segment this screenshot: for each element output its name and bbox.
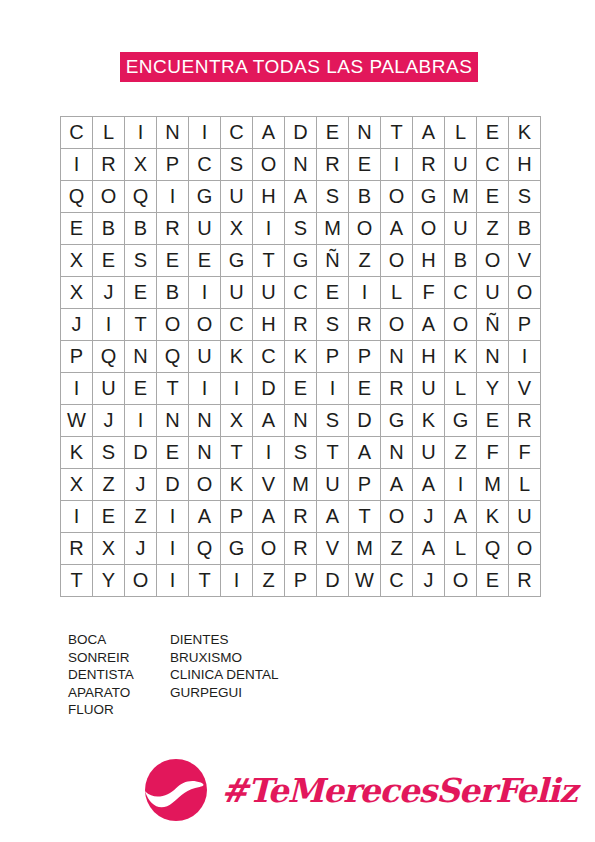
grid-cell: X: [93, 533, 125, 565]
grid-cell: I: [125, 405, 157, 437]
grid-cell: D: [349, 405, 381, 437]
grid-cell: E: [349, 373, 381, 405]
grid-cell: A: [413, 533, 445, 565]
grid-cell: Y: [477, 373, 509, 405]
grid-cell: W: [349, 565, 381, 597]
word-list-item: DENTISTA: [68, 666, 134, 684]
grid-cell: R: [509, 405, 541, 437]
grid-cell: G: [285, 245, 317, 277]
grid-cell: G: [413, 181, 445, 213]
grid-cell: V: [509, 245, 541, 277]
word-list-item: BOCA: [68, 631, 134, 649]
grid-cell: J: [413, 501, 445, 533]
grid-cell: K: [61, 437, 93, 469]
footer-brand: #TeMerecesSerFeliz: [145, 758, 577, 822]
grid-cell: R: [413, 149, 445, 181]
grid-cell: Ñ: [317, 245, 349, 277]
grid-cell: E: [349, 149, 381, 181]
grid-cell: R: [317, 149, 349, 181]
grid-cell: R: [381, 373, 413, 405]
grid-cell: N: [349, 117, 381, 149]
grid-cell: O: [413, 213, 445, 245]
grid-cell: O: [381, 181, 413, 213]
word-list-item: FLUOR: [68, 701, 134, 719]
grid-cell: X: [61, 277, 93, 309]
grid-cell: U: [445, 149, 477, 181]
grid-cell: V: [253, 469, 285, 501]
grid-cell: R: [285, 501, 317, 533]
grid-cell: H: [253, 181, 285, 213]
grid-cell: D: [317, 565, 349, 597]
hashtag-text: #TeMerecesSerFeliz: [221, 771, 577, 810]
grid-cell: I: [157, 565, 189, 597]
grid-cell: I: [61, 373, 93, 405]
grid-cell: L: [509, 469, 541, 501]
grid-cell: K: [477, 501, 509, 533]
grid-cell: N: [477, 341, 509, 373]
grid-cell: R: [285, 533, 317, 565]
grid-cell: U: [413, 437, 445, 469]
grid-cell: H: [413, 245, 445, 277]
grid-cell: I: [253, 213, 285, 245]
grid-cell: S: [93, 437, 125, 469]
grid-cell: S: [509, 181, 541, 213]
grid-cell: G: [445, 405, 477, 437]
grid-cell: I: [157, 501, 189, 533]
grid-cell: G: [381, 405, 413, 437]
grid-cell: C: [189, 149, 221, 181]
grid-cell: A: [445, 501, 477, 533]
grid-cell: I: [93, 309, 125, 341]
grid-cell: Ñ: [477, 309, 509, 341]
grid-cell: E: [317, 117, 349, 149]
grid-cell: O: [93, 181, 125, 213]
grid-cell: S: [285, 213, 317, 245]
grid-cell: T: [221, 437, 253, 469]
grid-cell: U: [221, 277, 253, 309]
grid-cell: N: [285, 405, 317, 437]
grid-cell: R: [285, 309, 317, 341]
grid-cell: P: [221, 501, 253, 533]
grid-cell: K: [221, 469, 253, 501]
grid-cell: A: [413, 117, 445, 149]
grid-cell: M: [349, 533, 381, 565]
grid-cell: B: [93, 213, 125, 245]
grid-cell: M: [285, 469, 317, 501]
grid-cell: T: [381, 117, 413, 149]
grid-cell: U: [221, 181, 253, 213]
grid-cell: C: [477, 149, 509, 181]
grid-cell: E: [157, 245, 189, 277]
grid-cell: E: [477, 117, 509, 149]
grid-cell: A: [189, 501, 221, 533]
grid-cell: B: [125, 213, 157, 245]
grid-cell: J: [61, 309, 93, 341]
grid-cell: I: [189, 277, 221, 309]
grid-cell: D: [125, 437, 157, 469]
grid-cell: O: [253, 149, 285, 181]
grid-cell: S: [221, 149, 253, 181]
grid-cell: O: [125, 565, 157, 597]
word-list-column-1: BOCASONREIRDENTISTAAPARATOFLUOR: [68, 631, 134, 719]
grid-cell: I: [61, 501, 93, 533]
grid-cell: E: [93, 245, 125, 277]
grid-cell: O: [349, 213, 381, 245]
grid-cell: B: [157, 277, 189, 309]
grid-cell: U: [93, 373, 125, 405]
grid-cell: R: [61, 533, 93, 565]
grid-cell: G: [221, 245, 253, 277]
grid-cell: A: [253, 501, 285, 533]
grid-cell: J: [125, 533, 157, 565]
grid-cell: X: [61, 469, 93, 501]
grid-cell: C: [445, 277, 477, 309]
grid-cell: E: [157, 437, 189, 469]
grid-cell: A: [349, 437, 381, 469]
grid-cell: T: [61, 565, 93, 597]
grid-cell: O: [509, 533, 541, 565]
grid-cell: U: [189, 341, 221, 373]
grid-cell: I: [445, 469, 477, 501]
grid-cell: E: [125, 277, 157, 309]
grid-cell: A: [285, 181, 317, 213]
grid-cell: E: [317, 277, 349, 309]
grid-cell: M: [317, 213, 349, 245]
grid-cell: Q: [477, 533, 509, 565]
grid-cell: G: [189, 181, 221, 213]
grid-cell: X: [221, 405, 253, 437]
grid-cell: Z: [381, 533, 413, 565]
grid-cell: N: [381, 341, 413, 373]
grid-cell: P: [61, 341, 93, 373]
grid-cell: X: [221, 213, 253, 245]
grid-cell: G: [221, 533, 253, 565]
grid-cell: R: [349, 309, 381, 341]
grid-cell: I: [381, 149, 413, 181]
grid-cell: Z: [93, 469, 125, 501]
grid-cell: Z: [349, 245, 381, 277]
grid-cell: U: [509, 501, 541, 533]
grid-cell: H: [413, 341, 445, 373]
grid-cell: Q: [189, 533, 221, 565]
grid-cell: K: [445, 341, 477, 373]
grid-cell: J: [125, 469, 157, 501]
grid-cell: Q: [61, 181, 93, 213]
word-list-item: SONREIR: [68, 649, 134, 667]
grid-cell: I: [157, 181, 189, 213]
grid-cell: V: [317, 533, 349, 565]
grid-cell: E: [61, 213, 93, 245]
grid-cell: J: [413, 565, 445, 597]
page-title: ENCUENTRA TODAS LAS PALABRAS: [120, 52, 478, 82]
grid-cell: E: [125, 373, 157, 405]
grid-cell: N: [189, 437, 221, 469]
word-list-item: APARATO: [68, 684, 134, 702]
grid-cell: I: [317, 373, 349, 405]
word-search-page: ENCUENTRA TODAS LAS PALABRAS CLINICADENT…: [0, 0, 595, 842]
grid-cell: Z: [445, 437, 477, 469]
grid-cell: A: [253, 405, 285, 437]
grid-cell: O: [189, 309, 221, 341]
grid-cell: R: [93, 149, 125, 181]
grid-cell: Z: [125, 501, 157, 533]
grid-cell: U: [413, 373, 445, 405]
grid-cell: W: [61, 405, 93, 437]
grid-cell: F: [509, 437, 541, 469]
grid-cell: M: [477, 469, 509, 501]
grid-cell: P: [349, 469, 381, 501]
grid-cell: U: [445, 213, 477, 245]
grid-cell: Y: [93, 565, 125, 597]
grid-cell: E: [285, 373, 317, 405]
grid-cell: I: [221, 565, 253, 597]
grid-cell: C: [253, 341, 285, 373]
grid-cell: Q: [125, 181, 157, 213]
grid-cell: C: [221, 309, 253, 341]
grid-cell: U: [189, 213, 221, 245]
grid-cell: D: [285, 117, 317, 149]
grid-cell: Q: [93, 341, 125, 373]
grid-cell: P: [509, 309, 541, 341]
word-list-item: DIENTES: [170, 631, 279, 649]
grid-cell: P: [349, 341, 381, 373]
grid-cell: C: [221, 117, 253, 149]
grid-cell: K: [509, 117, 541, 149]
grid-cell: N: [285, 149, 317, 181]
grid-cell: O: [477, 245, 509, 277]
word-list-item: CLINICA DENTAL: [170, 666, 279, 684]
grid-cell: I: [61, 149, 93, 181]
grid-cell: D: [157, 469, 189, 501]
grid-cell: B: [349, 181, 381, 213]
grid-cell: M: [445, 181, 477, 213]
grid-cell: A: [413, 309, 445, 341]
grid-cell: P: [285, 565, 317, 597]
grid-cell: J: [93, 277, 125, 309]
grid-cell: X: [125, 149, 157, 181]
grid-cell: E: [477, 405, 509, 437]
grid-cell: S: [317, 309, 349, 341]
smile-logo-icon: [145, 759, 207, 821]
grid-cell: L: [445, 117, 477, 149]
grid-cell: K: [221, 341, 253, 373]
grid-cell: L: [93, 117, 125, 149]
grid-cell: F: [477, 437, 509, 469]
grid-cell: O: [381, 309, 413, 341]
grid-cell: E: [477, 181, 509, 213]
grid-cell: A: [381, 469, 413, 501]
grid-cell: S: [285, 437, 317, 469]
grid-cell: L: [381, 277, 413, 309]
grid-cell: O: [445, 565, 477, 597]
grid-cell: C: [285, 277, 317, 309]
grid-cell: L: [445, 533, 477, 565]
grid-cell: R: [509, 565, 541, 597]
grid-cell: O: [509, 277, 541, 309]
grid-cell: X: [61, 245, 93, 277]
grid-cell: N: [125, 341, 157, 373]
grid-cell: B: [445, 245, 477, 277]
grid-cell: F: [413, 277, 445, 309]
grid-cell: U: [317, 469, 349, 501]
grid-cell: P: [157, 149, 189, 181]
grid-cell: Q: [157, 341, 189, 373]
grid-cell: Z: [253, 565, 285, 597]
grid-cell: U: [477, 277, 509, 309]
grid-cell: O: [189, 469, 221, 501]
grid-cell: L: [445, 373, 477, 405]
grid-cell: P: [317, 341, 349, 373]
word-list-item: BRUXISMO: [170, 649, 279, 667]
grid-cell: U: [253, 277, 285, 309]
grid-cell: I: [189, 117, 221, 149]
grid-cell: Z: [477, 213, 509, 245]
grid-cell: N: [381, 437, 413, 469]
grid-cell: A: [317, 501, 349, 533]
grid-cell: I: [509, 341, 541, 373]
grid-cell: J: [93, 405, 125, 437]
grid-cell: O: [253, 533, 285, 565]
grid-cell: T: [349, 501, 381, 533]
grid-cell: N: [157, 405, 189, 437]
grid-cell: O: [445, 309, 477, 341]
grid-cell: T: [157, 373, 189, 405]
grid-cell: H: [509, 149, 541, 181]
grid-cell: I: [157, 533, 189, 565]
grid-cell: D: [253, 373, 285, 405]
grid-cell: O: [381, 245, 413, 277]
grid-cell: I: [253, 437, 285, 469]
grid-cell: S: [125, 245, 157, 277]
grid-cell: T: [189, 565, 221, 597]
grid-cell: K: [413, 405, 445, 437]
grid-cell: B: [509, 213, 541, 245]
grid-cell: A: [413, 469, 445, 501]
grid-cell: N: [157, 117, 189, 149]
grid-cell: C: [381, 565, 413, 597]
grid-cell: T: [125, 309, 157, 341]
grid-cell: V: [509, 373, 541, 405]
grid-cell: R: [157, 213, 189, 245]
word-list-item: GURPEGUI: [170, 684, 279, 702]
grid-cell: N: [189, 405, 221, 437]
grid-cell: S: [317, 181, 349, 213]
grid-cell: E: [93, 501, 125, 533]
grid-cell: I: [221, 373, 253, 405]
grid-cell: S: [317, 405, 349, 437]
grid-cell: A: [253, 117, 285, 149]
grid-cell: E: [477, 565, 509, 597]
grid-cell: I: [189, 373, 221, 405]
grid-cell: I: [349, 277, 381, 309]
grid-cell: I: [125, 117, 157, 149]
grid-cell: H: [253, 309, 285, 341]
word-search-grid: CLINICADENTALEKIRXPCSONREIRUCHQOQIGUHASB…: [60, 116, 541, 597]
grid-cell: O: [381, 501, 413, 533]
grid-cell: A: [381, 213, 413, 245]
grid-cell: E: [189, 245, 221, 277]
grid-cell: O: [157, 309, 189, 341]
grid-cell: C: [61, 117, 93, 149]
grid-cell: T: [317, 437, 349, 469]
grid-cell: T: [253, 245, 285, 277]
grid-cell: K: [285, 341, 317, 373]
word-list-column-2: DIENTESBRUXISMOCLINICA DENTALGURPEGUI: [170, 631, 279, 701]
